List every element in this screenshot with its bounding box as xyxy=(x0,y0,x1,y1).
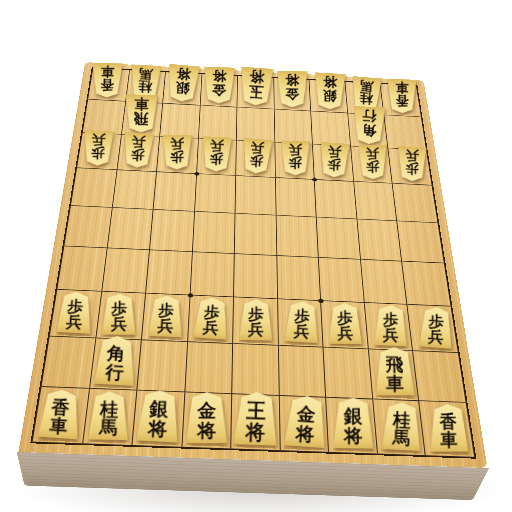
piece-kanji: 歩兵 xyxy=(337,310,353,341)
board-square xyxy=(311,111,351,146)
board-square: 金将 xyxy=(182,392,232,448)
shogi-piece-pawn: 歩兵 xyxy=(328,303,362,344)
board-square: 金将 xyxy=(274,78,311,111)
piece-face: 歩兵 xyxy=(56,291,94,334)
shogi-piece-pawn: 歩兵 xyxy=(284,300,319,343)
shogi-piece-knight: 桂馬 xyxy=(382,401,422,451)
board-square xyxy=(277,256,321,301)
shogi-piece-bishop: 角行 xyxy=(93,335,137,386)
board-square: 歩兵 xyxy=(142,294,190,343)
board-square: 歩兵 xyxy=(197,139,237,176)
piece-face: 歩兵 xyxy=(280,140,310,175)
board-square xyxy=(402,261,450,306)
shogi-piece-gold: 金将 xyxy=(186,392,228,443)
board-square xyxy=(83,99,126,134)
board-square: 銀将 xyxy=(163,72,202,105)
shogi-piece-gold: 金将 xyxy=(203,66,235,103)
shogi-piece-lance: 香車 xyxy=(387,79,416,114)
piece-kanji: 桂馬 xyxy=(99,400,119,437)
piece-kanji: 香車 xyxy=(100,65,114,92)
piece-kanji: 歩兵 xyxy=(428,314,444,346)
board-photo: 香車桂馬銀将金将玉将金将銀将桂馬香車飛車角行歩兵歩兵歩兵歩兵歩兵歩兵歩兵歩兵歩兵… xyxy=(0,0,512,512)
piece-face: 金将 xyxy=(277,71,308,108)
board-square xyxy=(276,215,319,257)
piece-face: 歩兵 xyxy=(358,145,388,180)
piece-kanji: 歩兵 xyxy=(65,298,83,331)
board-square: 銀将 xyxy=(133,391,185,447)
shogi-piece-pawn: 歩兵 xyxy=(358,145,388,180)
piece-face: 玉将 xyxy=(239,67,274,107)
piece-face: 角行 xyxy=(353,106,385,145)
board-square xyxy=(385,115,427,150)
board-square xyxy=(324,347,373,399)
board-square: 金将 xyxy=(200,74,238,107)
board-square: 歩兵 xyxy=(50,290,102,339)
piece-kanji: 銀将 xyxy=(175,67,192,96)
board-square: 歩兵 xyxy=(275,142,315,179)
piece-face: 歩兵 xyxy=(193,296,230,339)
board-square: 香車 xyxy=(88,68,129,101)
piece-face: 香車 xyxy=(387,79,416,114)
board-square: 歩兵 xyxy=(77,133,122,170)
piece-face: 金将 xyxy=(284,394,328,448)
shogi-board-block: 香車桂馬銀将金将玉将金将銀将桂馬香車飛車角行歩兵歩兵歩兵歩兵歩兵歩兵歩兵歩兵歩兵… xyxy=(19,62,488,468)
piece-kanji: 飛車 xyxy=(386,356,405,393)
board-square: 桂馬 xyxy=(373,399,426,455)
piece-kanji: 香車 xyxy=(396,81,409,107)
board-square xyxy=(146,250,192,295)
board-square xyxy=(107,208,153,250)
board-square xyxy=(41,336,95,388)
piece-face: 歩兵 xyxy=(328,303,362,344)
board-square: 歩兵 xyxy=(313,144,354,181)
piece-face: 歩兵 xyxy=(319,142,349,178)
piece-kanji: 歩兵 xyxy=(157,302,174,334)
piece-kanji: 銀将 xyxy=(322,75,337,103)
shogi-piece-knight: 桂馬 xyxy=(88,391,130,440)
shogi-piece-pawn: 歩兵 xyxy=(148,295,184,337)
piece-kanji: 歩兵 xyxy=(248,306,264,338)
board-square: 歩兵 xyxy=(117,135,160,172)
shogi-piece-silver: 銀将 xyxy=(314,72,346,110)
board-square: 角行 xyxy=(348,113,389,148)
piece-face: 歩兵 xyxy=(239,299,273,341)
board-square xyxy=(112,170,157,210)
piece-kanji: 歩兵 xyxy=(170,137,184,164)
board-square: 銀将 xyxy=(310,80,348,113)
piece-kanji: 歩兵 xyxy=(365,147,379,174)
piece-kanji: 金将 xyxy=(197,401,216,440)
shogi-piece-pawn: 歩兵 xyxy=(122,132,154,169)
board-square xyxy=(357,219,402,261)
board-square: 歩兵 xyxy=(408,305,458,353)
board-square: 歩兵 xyxy=(321,301,368,349)
board-square: 歩兵 xyxy=(278,299,324,347)
piece-face: 歩兵 xyxy=(148,295,184,337)
board-square xyxy=(137,340,187,392)
shogi-piece-pawn: 歩兵 xyxy=(418,306,452,349)
piece-kanji: 桂馬 xyxy=(392,410,410,447)
piece-kanji: 歩兵 xyxy=(405,148,418,175)
piece-face: 銀将 xyxy=(332,397,373,448)
shogi-piece-silver: 銀将 xyxy=(166,64,200,103)
piece-kanji: 角行 xyxy=(362,109,377,138)
board-square: 香車 xyxy=(381,84,421,117)
shogi-piece-bishop: 角行 xyxy=(353,106,385,145)
shogi-piece-rook: 飛車 xyxy=(124,94,157,132)
shogi-piece-pawn: 歩兵 xyxy=(162,135,192,170)
piece-kanji: 玉将 xyxy=(249,69,265,99)
piece-face: 角行 xyxy=(93,335,137,386)
piece-kanji: 王将 xyxy=(246,401,267,442)
board-square: 王将 xyxy=(231,394,280,450)
board-square: 歩兵 xyxy=(351,146,393,183)
board-square xyxy=(393,184,438,224)
shogi-piece-gold: 金将 xyxy=(284,394,328,448)
board-square xyxy=(276,178,317,218)
piece-kanji: 歩兵 xyxy=(111,301,127,333)
board-square xyxy=(354,182,398,222)
piece-face: 金将 xyxy=(203,66,235,103)
board-square: 歩兵 xyxy=(365,303,414,351)
piece-face: 飛車 xyxy=(124,94,157,132)
board-square xyxy=(234,254,278,299)
star-point-dot xyxy=(312,178,317,182)
piece-kanji: 香車 xyxy=(49,398,71,436)
piece-face: 歩兵 xyxy=(284,300,319,343)
piece-face: 歩兵 xyxy=(102,293,137,334)
board-square: 歩兵 xyxy=(96,292,146,341)
board-square: 金将 xyxy=(280,396,330,452)
board-square xyxy=(195,174,237,214)
board-square xyxy=(232,344,279,396)
shogi-piece-pawn: 歩兵 xyxy=(102,293,137,334)
shogi-piece-king-sente: 王将 xyxy=(234,391,279,445)
board-square xyxy=(64,206,112,248)
piece-kanji: 銀将 xyxy=(148,399,170,439)
shogi-piece-lance: 香車 xyxy=(38,388,83,439)
shogi-piece-silver: 銀将 xyxy=(332,397,373,448)
piece-face: 歩兵 xyxy=(418,306,452,349)
board-square xyxy=(315,180,357,220)
board-square xyxy=(154,172,197,212)
piece-face: 歩兵 xyxy=(397,146,426,182)
piece-face: 歩兵 xyxy=(201,136,232,172)
shogi-piece-pawn: 歩兵 xyxy=(373,304,407,346)
piece-kanji: 香車 xyxy=(440,413,459,449)
shogi-piece-pawn: 歩兵 xyxy=(56,291,94,334)
piece-kanji: 桂馬 xyxy=(138,67,153,94)
board-square xyxy=(150,210,195,252)
board-square: 歩兵 xyxy=(233,297,278,345)
piece-kanji: 歩兵 xyxy=(203,304,221,337)
piece-face: 香車 xyxy=(38,388,83,439)
board-square xyxy=(160,103,200,138)
board-square: 銀将 xyxy=(326,398,377,454)
board-square: 香車 xyxy=(33,387,90,443)
shogi-piece-king-gote: 玉将 xyxy=(239,67,274,107)
board-square: 飛車 xyxy=(369,349,420,401)
piece-face: 桂馬 xyxy=(382,401,422,451)
piece-kanji: 歩兵 xyxy=(131,134,147,162)
board-surface: 香車桂馬銀将金将玉将金将銀将桂馬香車飛車角行歩兵歩兵歩兵歩兵歩兵歩兵歩兵歩兵歩兵… xyxy=(19,62,488,468)
board-square xyxy=(235,214,277,256)
shogi-piece-pawn: 歩兵 xyxy=(241,138,273,175)
shogi-piece-silver: 銀将 xyxy=(136,389,181,442)
piece-kanji: 金将 xyxy=(295,404,316,444)
board-square: 桂馬 xyxy=(83,389,138,445)
piece-face: 桂馬 xyxy=(88,391,130,440)
piece-kanji: 歩兵 xyxy=(91,132,106,159)
piece-kanji: 金将 xyxy=(285,73,299,101)
piece-kanji: 銀将 xyxy=(344,406,363,445)
piece-kanji: 歩兵 xyxy=(293,308,310,340)
board-square xyxy=(236,176,277,216)
board-square: 玉将 xyxy=(237,76,274,109)
piece-face: 飛車 xyxy=(375,347,415,395)
shogi-piece-rook: 飛車 xyxy=(375,347,415,395)
piece-face: 金将 xyxy=(186,392,228,443)
board-square: 歩兵 xyxy=(236,141,275,178)
shogi-piece-pawn: 歩兵 xyxy=(201,136,232,172)
piece-kanji: 歩兵 xyxy=(249,140,264,168)
shogi-piece-pawn: 歩兵 xyxy=(319,142,349,178)
piece-face: 歩兵 xyxy=(82,130,113,166)
board-square: 歩兵 xyxy=(188,295,234,343)
piece-face: 銀将 xyxy=(136,389,181,442)
piece-kanji: 歩兵 xyxy=(210,138,225,165)
piece-face: 王将 xyxy=(234,391,279,445)
piece-kanji: 金将 xyxy=(212,69,227,97)
shogi-piece-lance: 香車 xyxy=(429,404,469,452)
shogi-piece-pawn: 歩兵 xyxy=(397,146,426,182)
piece-face: 歩兵 xyxy=(122,132,154,169)
piece-face: 香車 xyxy=(429,404,469,452)
piece-face: 銀将 xyxy=(314,72,346,110)
board-square: 香車 xyxy=(420,401,475,457)
board-square xyxy=(190,252,235,297)
board-square xyxy=(279,346,327,398)
board-square xyxy=(193,212,236,254)
piece-face: 歩兵 xyxy=(241,138,273,175)
shogi-piece-pawn: 歩兵 xyxy=(239,299,273,341)
board-square xyxy=(71,168,117,208)
shogi-piece-pawn: 歩兵 xyxy=(82,130,113,166)
shogi-piece-pawn: 歩兵 xyxy=(193,296,230,339)
board-square xyxy=(185,342,233,394)
piece-kanji: 飛車 xyxy=(134,97,149,126)
board-square xyxy=(274,109,313,144)
shogi-piece-lance: 香車 xyxy=(92,63,123,98)
shogi-piece-gold: 金将 xyxy=(277,71,308,108)
board-square xyxy=(361,260,408,305)
board-square xyxy=(102,248,150,293)
board-square xyxy=(413,351,465,403)
board-square xyxy=(57,246,107,291)
board-square: 歩兵 xyxy=(157,137,199,174)
piece-kanji: 歩兵 xyxy=(288,143,302,170)
board-square xyxy=(319,258,365,303)
board-square xyxy=(398,221,444,263)
piece-kanji: 歩兵 xyxy=(383,312,399,344)
piece-kanji: 桂馬 xyxy=(359,79,374,106)
board-grid: 香車桂馬銀将金将玉将金将銀将桂馬香車飛車角行歩兵歩兵歩兵歩兵歩兵歩兵歩兵歩兵歩兵… xyxy=(30,67,476,458)
star-point-dot xyxy=(194,172,199,176)
shogi-piece-pawn: 歩兵 xyxy=(280,140,310,175)
board-square: 角行 xyxy=(90,338,142,390)
piece-face: 歩兵 xyxy=(373,304,407,346)
board-square xyxy=(317,217,361,259)
piece-kanji: 角行 xyxy=(105,344,126,382)
piece-kanji: 歩兵 xyxy=(327,144,341,171)
piece-face: 銀将 xyxy=(166,64,200,103)
piece-face: 香車 xyxy=(92,63,123,98)
board-square: 歩兵 xyxy=(389,148,432,185)
piece-face: 歩兵 xyxy=(162,135,192,170)
